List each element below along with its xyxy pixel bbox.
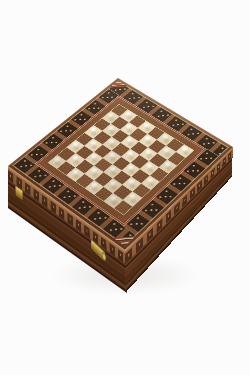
product-photo-canvas [0, 0, 250, 375]
